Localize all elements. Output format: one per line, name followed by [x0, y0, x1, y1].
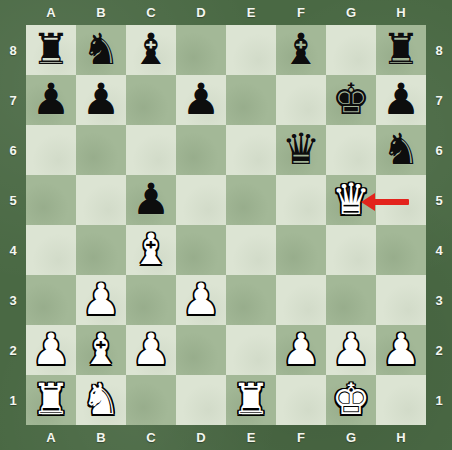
square-f5[interactable]: [276, 175, 326, 225]
rank-label-right-2: 2: [426, 325, 452, 375]
white-pawn-a2[interactable]: ♟: [26, 325, 76, 375]
file-labels-bottom: ABCDEFGH: [26, 425, 426, 450]
file-label-bottom-b: B: [76, 425, 126, 450]
black-pawn-d7[interactable]: ♟: [176, 75, 226, 125]
file-label-top-h: H: [376, 0, 426, 25]
white-rook-a1[interactable]: ♜: [26, 375, 76, 425]
square-b3[interactable]: ♟: [76, 275, 126, 325]
square-h1[interactable]: [376, 375, 426, 425]
white-rook-e1[interactable]: ♜: [226, 375, 276, 425]
black-knight-h6[interactable]: ♞: [376, 125, 426, 175]
square-g2[interactable]: ♟: [326, 325, 376, 375]
square-e1[interactable]: ♜: [226, 375, 276, 425]
black-pawn-c5[interactable]: ♟: [126, 175, 176, 225]
rank-label-right-3: 3: [426, 275, 452, 325]
square-d4[interactable]: [176, 225, 226, 275]
file-label-bottom-f: F: [276, 425, 326, 450]
square-h4[interactable]: [376, 225, 426, 275]
square-g8[interactable]: [326, 25, 376, 75]
square-f4[interactable]: [276, 225, 326, 275]
file-label-top-c: C: [126, 0, 176, 25]
square-c6[interactable]: [126, 125, 176, 175]
black-pawn-a7[interactable]: ♟: [26, 75, 76, 125]
rank-labels-left: 87654321: [0, 25, 26, 425]
square-g4[interactable]: [326, 225, 376, 275]
file-label-bottom-g: G: [326, 425, 376, 450]
rank-label-right-5: 5: [426, 175, 452, 225]
black-rook-a8[interactable]: ♜: [26, 25, 76, 75]
square-g6[interactable]: [326, 125, 376, 175]
square-d6[interactable]: [176, 125, 226, 175]
square-d7[interactable]: ♟: [176, 75, 226, 125]
square-e6[interactable]: [226, 125, 276, 175]
file-label-top-e: E: [226, 0, 276, 25]
black-king-g7[interactable]: ♚: [326, 75, 376, 125]
rank-label-left-8: 8: [0, 25, 26, 75]
square-e5[interactable]: [226, 175, 276, 225]
white-king-g1[interactable]: ♚: [326, 375, 376, 425]
square-d2[interactable]: [176, 325, 226, 375]
square-a3[interactable]: [26, 275, 76, 325]
white-pawn-c2[interactable]: ♟: [126, 325, 176, 375]
square-b7[interactable]: ♟: [76, 75, 126, 125]
chess-board-widget: ABCDEFGH ABCDEFGH 87654321 87654321 ♜♞♝♝…: [0, 0, 452, 450]
file-label-top-a: A: [26, 0, 76, 25]
white-pawn-h2[interactable]: ♟: [376, 325, 426, 375]
square-e7[interactable]: [226, 75, 276, 125]
square-h7[interactable]: ♟: [376, 75, 426, 125]
square-e2[interactable]: [226, 325, 276, 375]
square-h6[interactable]: ♞: [376, 125, 426, 175]
square-d1[interactable]: [176, 375, 226, 425]
square-h8[interactable]: ♜: [376, 25, 426, 75]
rank-label-left-6: 6: [0, 125, 26, 175]
rank-label-left-2: 2: [0, 325, 26, 375]
square-f6[interactable]: ♛: [276, 125, 326, 175]
rank-label-right-1: 1: [426, 375, 452, 425]
rank-label-right-8: 8: [426, 25, 452, 75]
square-b2[interactable]: ♝: [76, 325, 126, 375]
square-b8[interactable]: ♞: [76, 25, 126, 75]
square-c8[interactable]: ♝: [126, 25, 176, 75]
white-pawn-b3[interactable]: ♟: [76, 275, 126, 325]
black-pawn-b7[interactable]: ♟: [76, 75, 126, 125]
square-c2[interactable]: ♟: [126, 325, 176, 375]
square-h2[interactable]: ♟: [376, 325, 426, 375]
black-rook-h8[interactable]: ♜: [376, 25, 426, 75]
square-d5[interactable]: [176, 175, 226, 225]
file-label-bottom-h: H: [376, 425, 426, 450]
square-a2[interactable]: ♟: [26, 325, 76, 375]
square-c1[interactable]: [126, 375, 176, 425]
square-b4[interactable]: [76, 225, 126, 275]
white-pawn-g2[interactable]: ♟: [326, 325, 376, 375]
rank-label-left-1: 1: [0, 375, 26, 425]
arrow-shaft: [374, 199, 409, 205]
square-a8[interactable]: ♜: [26, 25, 76, 75]
square-f8[interactable]: ♝: [276, 25, 326, 75]
black-knight-b8[interactable]: ♞: [76, 25, 126, 75]
square-g1[interactable]: ♚: [326, 375, 376, 425]
white-pawn-d3[interactable]: ♟: [176, 275, 226, 325]
square-a4[interactable]: [26, 225, 76, 275]
file-label-bottom-e: E: [226, 425, 276, 450]
rank-label-right-4: 4: [426, 225, 452, 275]
square-f3[interactable]: [276, 275, 326, 325]
rank-label-right-6: 6: [426, 125, 452, 175]
square-f7[interactable]: [276, 75, 326, 125]
square-d8[interactable]: [176, 25, 226, 75]
square-e8[interactable]: [226, 25, 276, 75]
file-label-bottom-d: D: [176, 425, 226, 450]
black-pawn-h7[interactable]: ♟: [376, 75, 426, 125]
board: ♜♞♝♝♜♟♟♟♚♟♛♞♟♛♝♟♟♟♝♟♟♟♟♜♞♜♚: [26, 25, 426, 425]
square-e4[interactable]: [226, 225, 276, 275]
black-queen-f6[interactable]: ♛: [276, 125, 326, 175]
white-bishop-b2[interactable]: ♝: [76, 325, 126, 375]
square-f2[interactable]: ♟: [276, 325, 326, 375]
file-label-top-b: B: [76, 0, 126, 25]
square-a1[interactable]: ♜: [26, 375, 76, 425]
square-b6[interactable]: [76, 125, 126, 175]
rank-label-left-7: 7: [0, 75, 26, 125]
square-c4[interactable]: ♝: [126, 225, 176, 275]
white-bishop-c4[interactable]: ♝: [126, 225, 176, 275]
square-a6[interactable]: [26, 125, 76, 175]
rank-label-left-3: 3: [0, 275, 26, 325]
square-a5[interactable]: [26, 175, 76, 225]
rank-label-right-7: 7: [426, 75, 452, 125]
square-d3[interactable]: ♟: [176, 275, 226, 325]
black-bishop-c8[interactable]: ♝: [126, 25, 176, 75]
black-bishop-f8[interactable]: ♝: [276, 25, 326, 75]
square-c3[interactable]: [126, 275, 176, 325]
square-b5[interactable]: [76, 175, 126, 225]
arrow-head-icon: [361, 193, 375, 211]
rank-label-left-5: 5: [0, 175, 26, 225]
square-e3[interactable]: [226, 275, 276, 325]
square-g7[interactable]: ♚: [326, 75, 376, 125]
file-label-bottom-a: A: [26, 425, 76, 450]
red-arrow: [361, 193, 410, 211]
file-label-bottom-c: C: [126, 425, 176, 450]
file-labels-top: ABCDEFGH: [26, 0, 426, 25]
square-b1[interactable]: ♞: [76, 375, 126, 425]
white-knight-b1[interactable]: ♞: [76, 375, 126, 425]
white-pawn-f2[interactable]: ♟: [276, 325, 326, 375]
file-label-top-f: F: [276, 0, 326, 25]
square-g3[interactable]: [326, 275, 376, 325]
square-f1[interactable]: [276, 375, 326, 425]
square-h3[interactable]: [376, 275, 426, 325]
square-c7[interactable]: [126, 75, 176, 125]
square-c5[interactable]: ♟: [126, 175, 176, 225]
rank-labels-right: 87654321: [426, 25, 452, 425]
square-a7[interactable]: ♟: [26, 75, 76, 125]
file-label-top-g: G: [326, 0, 376, 25]
rank-label-left-4: 4: [0, 225, 26, 275]
file-label-top-d: D: [176, 0, 226, 25]
